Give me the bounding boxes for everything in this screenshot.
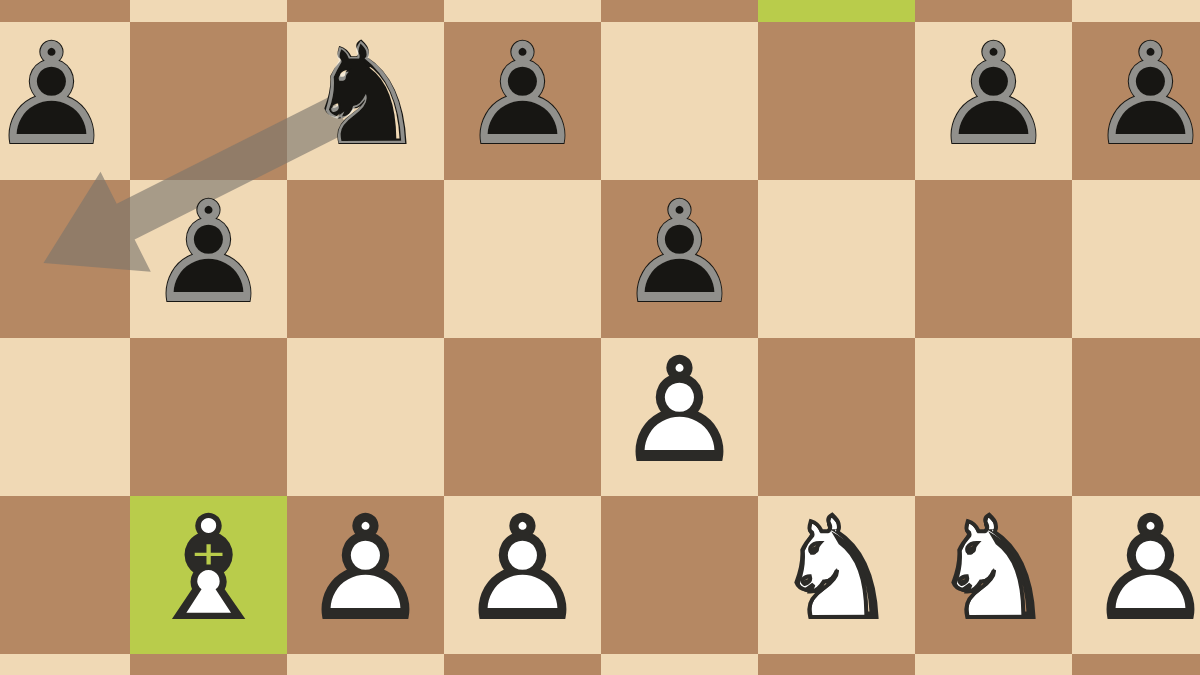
piece-black-rook-e7[interactable]: ♜♖ — [601, 0, 758, 22]
piece-white-pawn-d3[interactable]: ♟♙ — [444, 496, 601, 654]
black-pawn-outline-icon: ♙ — [146, 183, 272, 323]
piece-black-pawn-d6[interactable]: ♟♙ — [444, 22, 601, 180]
white-pawn-outline-icon: ♙ — [617, 341, 743, 481]
square-d5[interactable] — [444, 180, 601, 338]
square-f5[interactable] — [758, 180, 915, 338]
black-knight-outline-icon: ♘ — [303, 25, 429, 165]
square-f2[interactable] — [758, 654, 915, 675]
square-b2[interactable] — [130, 654, 287, 675]
black-pawn-outline-icon: ♙ — [0, 25, 114, 165]
piece-white-knight-g3[interactable]: ♞♘ — [915, 496, 1072, 654]
square-h5[interactable] — [1072, 180, 1200, 338]
white-pawn-outline-icon: ♙ — [460, 499, 586, 639]
piece-white-bishop-b3[interactable]: ♝♗ — [130, 496, 287, 654]
square-f7[interactable] — [758, 0, 915, 22]
piece-white-pawn-h3[interactable]: ♟♙ — [1072, 496, 1200, 654]
black-pawn-outline-icon: ♙ — [460, 25, 586, 165]
square-a3[interactable] — [0, 496, 130, 654]
piece-white-pawn-e4[interactable]: ♟♙ — [601, 338, 758, 496]
piece-black-pawn-b5[interactable]: ♟♙ — [130, 180, 287, 338]
piece-black-bishop-b7[interactable]: ♝♗ — [130, 0, 287, 22]
square-g2[interactable] — [915, 654, 1072, 675]
square-g5[interactable] — [915, 180, 1072, 338]
white-knight-outline-icon: ♘ — [774, 499, 900, 639]
square-h4[interactable] — [1072, 338, 1200, 496]
square-d2[interactable] — [444, 654, 601, 675]
piece-black-pawn-g6[interactable]: ♟♙ — [915, 22, 1072, 180]
square-a2[interactable] — [0, 654, 130, 675]
square-a4[interactable] — [0, 338, 130, 496]
square-b6[interactable] — [130, 22, 287, 180]
square-f6[interactable] — [758, 22, 915, 180]
square-c2[interactable] — [287, 654, 444, 675]
square-e3[interactable] — [601, 496, 758, 654]
white-knight-outline-icon: ♘ — [931, 499, 1057, 639]
black-pawn-outline-icon: ♙ — [1088, 25, 1200, 165]
chess-board-viewport: ♝♗♛♕♞♘♜♖♚♔♟♙♞♘♟♙♟♙♟♙♟♙♟♙♟♙♝♗♟♙♟♙♞♘♞♘♟♙ — [0, 0, 1200, 675]
white-bishop-outline-icon: ♗ — [146, 499, 272, 639]
square-g4[interactable] — [915, 338, 1072, 496]
black-pawn-outline-icon: ♙ — [617, 183, 743, 323]
piece-black-pawn-e5[interactable]: ♟♙ — [601, 180, 758, 338]
square-h2[interactable] — [1072, 654, 1200, 675]
square-d4[interactable] — [444, 338, 601, 496]
black-bishop-outline-icon: ♗ — [146, 0, 272, 16]
piece-black-pawn-h6[interactable]: ♟♙ — [1072, 22, 1200, 180]
square-f4[interactable] — [758, 338, 915, 496]
black-pawn-outline-icon: ♙ — [931, 25, 1057, 165]
square-c5[interactable] — [287, 180, 444, 338]
square-a5[interactable] — [0, 180, 130, 338]
piece-white-knight-f3[interactable]: ♞♘ — [758, 496, 915, 654]
white-pawn-outline-icon: ♙ — [1088, 499, 1200, 639]
square-b4[interactable] — [130, 338, 287, 496]
square-c4[interactable] — [287, 338, 444, 496]
white-pawn-outline-icon: ♙ — [303, 499, 429, 639]
square-e6[interactable] — [601, 22, 758, 180]
piece-white-pawn-c3[interactable]: ♟♙ — [287, 496, 444, 654]
black-rook-outline-icon: ♖ — [617, 0, 743, 16]
piece-black-knight-c6[interactable]: ♞♘ — [287, 22, 444, 180]
piece-black-pawn-a6[interactable]: ♟♙ — [0, 22, 130, 180]
square-e2[interactable] — [601, 654, 758, 675]
